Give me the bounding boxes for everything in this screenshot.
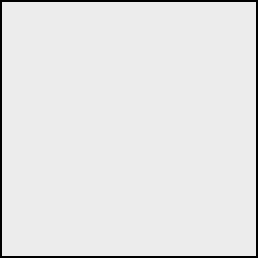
chess-position-screenshot xyxy=(0,0,258,258)
chessboard xyxy=(0,0,258,258)
